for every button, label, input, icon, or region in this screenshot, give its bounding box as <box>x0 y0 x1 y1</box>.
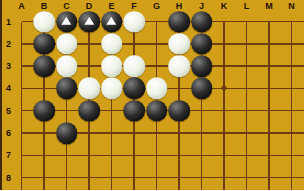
black-stone-h1 <box>168 11 190 33</box>
grid-line-vertical <box>268 22 270 191</box>
row-label-3: 3 <box>6 61 11 71</box>
column-label-n: N <box>288 1 295 12</box>
white-stone-b1 <box>33 11 55 33</box>
row-label-5: 5 <box>6 106 11 116</box>
black-stone-d1 <box>78 11 100 33</box>
black-stone-c6 <box>56 122 78 144</box>
grid-line-horizontal <box>22 177 305 179</box>
grid-line-vertical <box>223 22 225 191</box>
row-label-7: 7 <box>6 150 11 160</box>
go-board[interactable]: ABCDEFGHJKLMN12345678 <box>0 0 304 190</box>
white-stone-e4 <box>101 78 123 100</box>
black-stone-b3 <box>33 55 55 77</box>
row-label-2: 2 <box>6 39 11 49</box>
black-stone-g5 <box>146 100 168 122</box>
row-label-4: 4 <box>6 83 11 93</box>
window-left-edge <box>0 0 2 190</box>
white-stone-e2 <box>101 33 123 55</box>
row-label-6: 6 <box>6 128 11 138</box>
white-stone-g4 <box>146 78 168 100</box>
black-stone-j1 <box>191 11 213 33</box>
black-stone-j4 <box>191 78 213 100</box>
go-app-screen: ABCDEFGHJKLMN12345678 <box>0 0 304 190</box>
white-stone-f1 <box>123 11 145 33</box>
white-stone-h3 <box>168 55 190 77</box>
white-stone-c3 <box>56 55 78 77</box>
black-stone-e1 <box>101 11 123 33</box>
column-label-g: G <box>153 1 160 12</box>
black-stone-j2 <box>191 33 213 55</box>
row-label-1: 1 <box>6 17 11 27</box>
white-stone-h2 <box>168 33 190 55</box>
star-point-k4 <box>222 86 227 91</box>
column-label-k: K <box>221 1 228 12</box>
column-label-a: A <box>18 1 25 12</box>
black-stone-f4 <box>123 78 145 100</box>
black-stone-b2 <box>33 33 55 55</box>
grid-line-horizontal <box>22 155 305 157</box>
black-stone-h5 <box>168 100 190 122</box>
white-stone-d4 <box>78 78 100 100</box>
triangle-marker <box>107 17 117 25</box>
black-stone-c4 <box>56 78 78 100</box>
white-stone-c2 <box>56 33 78 55</box>
black-stone-d5 <box>78 100 100 122</box>
triangle-marker <box>62 17 72 25</box>
row-label-8: 8 <box>6 173 11 183</box>
black-stone-j3 <box>191 55 213 77</box>
column-label-m: M <box>265 1 273 12</box>
grid-line-vertical <box>246 22 248 191</box>
black-stone-f5 <box>123 100 145 122</box>
black-stone-c1 <box>56 11 78 33</box>
white-stone-e3 <box>101 55 123 77</box>
column-label-l: L <box>244 1 250 12</box>
grid-line-vertical <box>21 22 23 191</box>
grid-line-vertical <box>291 22 293 191</box>
triangle-marker <box>84 17 94 25</box>
black-stone-b5 <box>33 100 55 122</box>
white-stone-f3 <box>123 55 145 77</box>
